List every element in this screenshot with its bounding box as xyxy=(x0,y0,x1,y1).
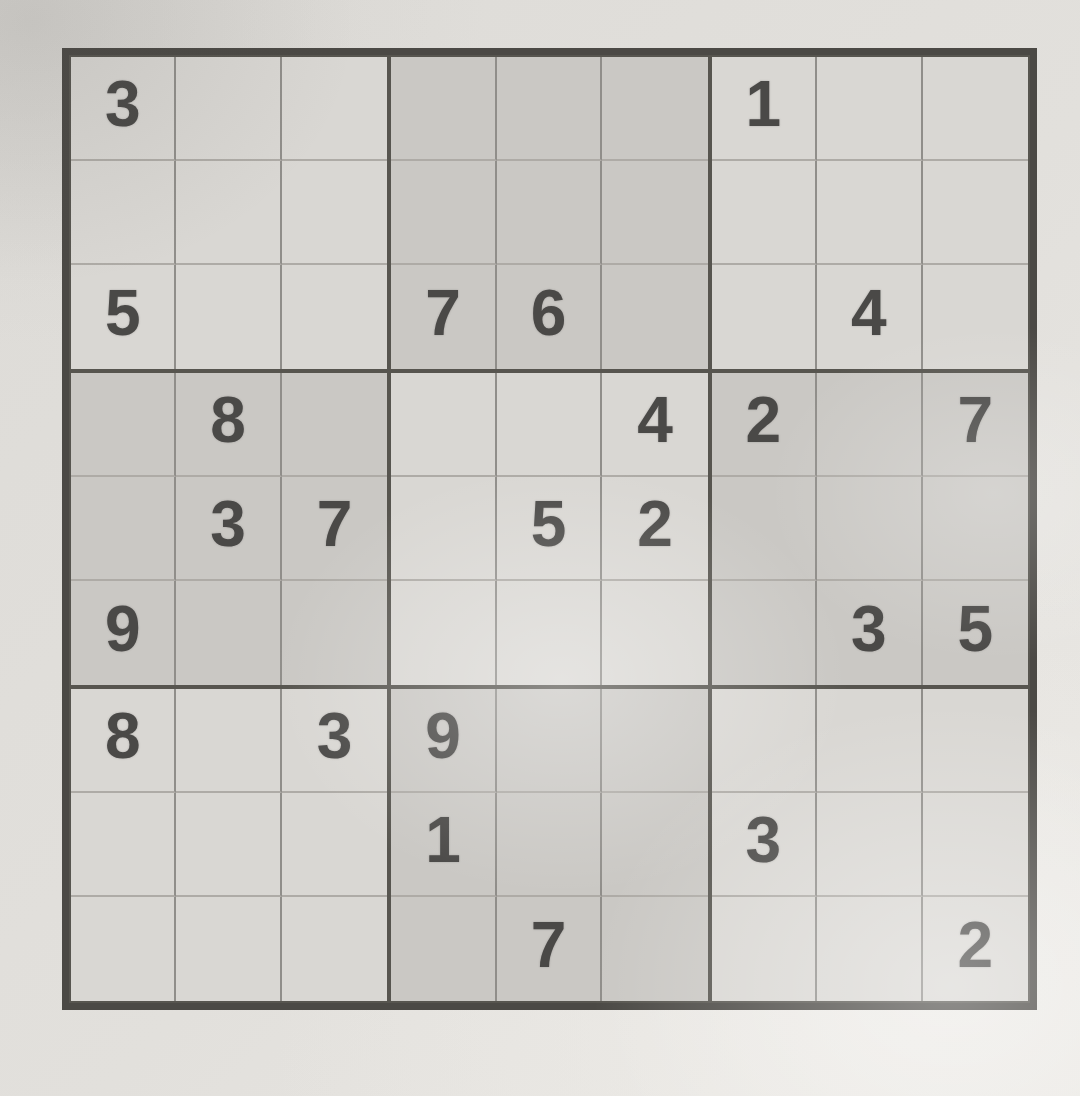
given-digit: 8 xyxy=(105,704,141,768)
cell-r1c4[interactable] xyxy=(391,57,496,161)
box-3-3: 32 xyxy=(710,687,1030,1003)
given-digit: 1 xyxy=(425,808,461,872)
cell-r1c8[interactable] xyxy=(817,57,922,161)
cell-r8c2[interactable] xyxy=(176,793,281,897)
cell-r9c5[interactable]: 7 xyxy=(497,897,602,1001)
cell-r1c5[interactable] xyxy=(497,57,602,161)
cell-r7c1[interactable]: 8 xyxy=(71,689,176,793)
given-digit: 2 xyxy=(746,388,782,452)
cell-r2c4[interactable] xyxy=(391,161,496,265)
box-3-1: 83 xyxy=(69,687,389,1003)
cell-r3c7[interactable] xyxy=(712,265,817,369)
cell-r2c9[interactable] xyxy=(923,161,1028,265)
cell-r4c2[interactable]: 8 xyxy=(176,373,281,477)
cell-r5c5[interactable]: 5 xyxy=(497,477,602,581)
given-digit: 5 xyxy=(105,281,141,345)
cell-r5c8[interactable] xyxy=(817,477,922,581)
box-2-3: 2735 xyxy=(710,371,1030,687)
given-digit: 5 xyxy=(957,597,993,661)
box-3-2: 917 xyxy=(389,687,709,1003)
sudoku-board: 357614837945227358391732 xyxy=(62,48,1037,1010)
given-digit: 3 xyxy=(317,704,353,768)
cell-r6c4[interactable] xyxy=(391,581,496,685)
cell-r3c3[interactable] xyxy=(282,265,387,369)
given-digit: 7 xyxy=(425,281,461,345)
given-digit: 3 xyxy=(746,808,782,872)
cell-r3c6[interactable] xyxy=(602,265,707,369)
cell-r7c9[interactable] xyxy=(923,689,1028,793)
box-2-2: 452 xyxy=(389,371,709,687)
given-digit: 2 xyxy=(637,492,673,556)
given-digit: 7 xyxy=(531,913,567,977)
given-digit: 9 xyxy=(105,597,141,661)
given-digit: 1 xyxy=(746,72,782,136)
cell-r6c9[interactable]: 5 xyxy=(923,581,1028,685)
cell-r8c8[interactable] xyxy=(817,793,922,897)
cell-r9c7[interactable] xyxy=(712,897,817,1001)
cell-r4c9[interactable]: 7 xyxy=(923,373,1028,477)
cell-r7c6[interactable] xyxy=(602,689,707,793)
cell-r2c1[interactable] xyxy=(71,161,176,265)
cell-r1c1[interactable]: 3 xyxy=(71,57,176,161)
cell-r9c8[interactable] xyxy=(817,897,922,1001)
cell-r5c3[interactable]: 7 xyxy=(282,477,387,581)
cell-r2c7[interactable] xyxy=(712,161,817,265)
cell-r6c3[interactable] xyxy=(282,581,387,685)
given-digit: 2 xyxy=(957,913,993,977)
given-digit: 3 xyxy=(105,72,141,136)
cell-r2c6[interactable] xyxy=(602,161,707,265)
cell-r4c1[interactable] xyxy=(71,373,176,477)
cell-r6c8[interactable]: 3 xyxy=(817,581,922,685)
cell-r3c9[interactable] xyxy=(923,265,1028,369)
given-digit: 3 xyxy=(851,597,887,661)
given-digit: 9 xyxy=(425,704,461,768)
cell-r3c4[interactable]: 7 xyxy=(391,265,496,369)
given-digit: 8 xyxy=(210,388,246,452)
cell-r1c3[interactable] xyxy=(282,57,387,161)
cell-r8c6[interactable] xyxy=(602,793,707,897)
box-2-1: 8379 xyxy=(69,371,389,687)
given-digit: 7 xyxy=(957,388,993,452)
cell-r7c2[interactable] xyxy=(176,689,281,793)
cell-r2c3[interactable] xyxy=(282,161,387,265)
cell-r8c9[interactable] xyxy=(923,793,1028,897)
cell-r5c1[interactable] xyxy=(71,477,176,581)
cell-r8c1[interactable] xyxy=(71,793,176,897)
cell-r7c5[interactable] xyxy=(497,689,602,793)
cell-r8c7[interactable]: 3 xyxy=(712,793,817,897)
cell-r4c8[interactable] xyxy=(817,373,922,477)
box-1-2: 76 xyxy=(389,55,709,371)
cell-r8c5[interactable] xyxy=(497,793,602,897)
given-digit: 3 xyxy=(210,492,246,556)
cell-r1c6[interactable] xyxy=(602,57,707,161)
cell-r1c2[interactable] xyxy=(176,57,281,161)
box-1-3: 14 xyxy=(710,55,1030,371)
cell-r5c9[interactable] xyxy=(923,477,1028,581)
cell-r9c9[interactable]: 2 xyxy=(923,897,1028,1001)
cell-r9c3[interactable] xyxy=(282,897,387,1001)
cell-r9c2[interactable] xyxy=(176,897,281,1001)
cell-r4c4[interactable] xyxy=(391,373,496,477)
cell-r5c7[interactable] xyxy=(712,477,817,581)
cell-r5c4[interactable] xyxy=(391,477,496,581)
cell-r5c2[interactable]: 3 xyxy=(176,477,281,581)
cell-r2c5[interactable] xyxy=(497,161,602,265)
cell-r1c7[interactable]: 1 xyxy=(712,57,817,161)
printed-sudoku-photo: 357614837945227358391732 xyxy=(0,0,1080,1096)
cell-r4c7[interactable]: 2 xyxy=(712,373,817,477)
cell-r7c8[interactable] xyxy=(817,689,922,793)
cell-r6c6[interactable] xyxy=(602,581,707,685)
given-digit: 6 xyxy=(531,281,567,345)
cell-r8c4[interactable]: 1 xyxy=(391,793,496,897)
cell-r2c8[interactable] xyxy=(817,161,922,265)
cell-r1c9[interactable] xyxy=(923,57,1028,161)
cell-r6c1[interactable]: 9 xyxy=(71,581,176,685)
cell-r7c4[interactable]: 9 xyxy=(391,689,496,793)
cell-r2c2[interactable] xyxy=(176,161,281,265)
cell-r6c5[interactable] xyxy=(497,581,602,685)
cell-r4c3[interactable] xyxy=(282,373,387,477)
cell-r3c1[interactable]: 5 xyxy=(71,265,176,369)
cell-r3c5[interactable]: 6 xyxy=(497,265,602,369)
given-digit: 5 xyxy=(531,492,567,556)
given-digit: 7 xyxy=(317,492,353,556)
given-digit: 4 xyxy=(637,388,673,452)
cell-r3c2[interactable] xyxy=(176,265,281,369)
cell-r5c6[interactable]: 2 xyxy=(602,477,707,581)
cell-r8c3[interactable] xyxy=(282,793,387,897)
cell-r9c1[interactable] xyxy=(71,897,176,1001)
cell-r7c3[interactable]: 3 xyxy=(282,689,387,793)
cell-r6c2[interactable] xyxy=(176,581,281,685)
given-digit: 4 xyxy=(851,281,887,345)
cell-r6c7[interactable] xyxy=(712,581,817,685)
cell-r4c5[interactable] xyxy=(497,373,602,477)
cell-r7c7[interactable] xyxy=(712,689,817,793)
box-1-1: 35 xyxy=(69,55,389,371)
cell-r3c8[interactable]: 4 xyxy=(817,265,922,369)
cell-r9c6[interactable] xyxy=(602,897,707,1001)
cell-r4c6[interactable]: 4 xyxy=(602,373,707,477)
cell-r9c4[interactable] xyxy=(391,897,496,1001)
